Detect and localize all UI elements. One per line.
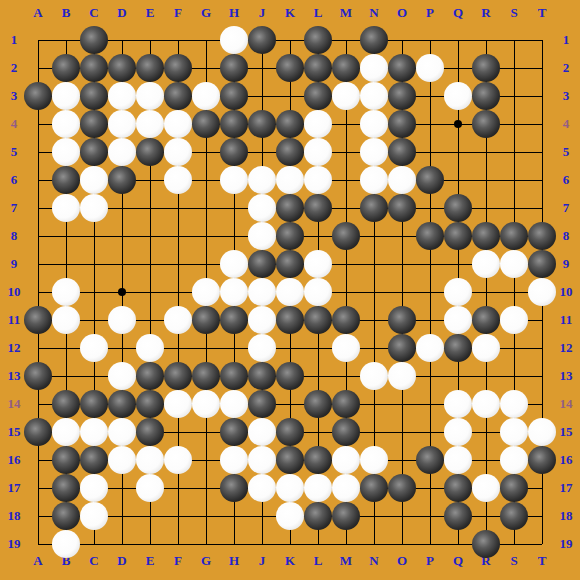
intersection-P5[interactable] (416, 138, 444, 166)
intersection-F3[interactable] (164, 82, 192, 110)
intersection-G10[interactable] (192, 278, 220, 306)
intersection-D3[interactable] (108, 82, 136, 110)
intersection-S4[interactable] (500, 110, 528, 138)
intersection-F2[interactable] (164, 54, 192, 82)
intersection-A19[interactable] (24, 530, 52, 558)
intersection-Q10[interactable] (444, 278, 472, 306)
intersection-J4[interactable] (248, 110, 276, 138)
intersection-E19[interactable] (136, 530, 164, 558)
intersection-Q5[interactable] (444, 138, 472, 166)
intersection-Q6[interactable] (444, 166, 472, 194)
intersection-T1[interactable] (528, 26, 556, 54)
intersection-S18[interactable] (500, 502, 528, 530)
intersection-F15[interactable] (164, 418, 192, 446)
intersection-C9[interactable] (80, 250, 108, 278)
intersection-L10[interactable] (304, 278, 332, 306)
intersection-O7[interactable] (388, 194, 416, 222)
intersection-S1[interactable] (500, 26, 528, 54)
intersection-R17[interactable] (472, 474, 500, 502)
intersection-C15[interactable] (80, 418, 108, 446)
intersection-B8[interactable] (52, 222, 80, 250)
intersection-E8[interactable] (136, 222, 164, 250)
intersection-D13[interactable] (108, 362, 136, 390)
intersection-K1[interactable] (276, 26, 304, 54)
intersection-E1[interactable] (136, 26, 164, 54)
intersection-C12[interactable] (80, 334, 108, 362)
intersection-P1[interactable] (416, 26, 444, 54)
intersection-Q17[interactable] (444, 474, 472, 502)
intersection-T6[interactable] (528, 166, 556, 194)
intersection-C11[interactable] (80, 306, 108, 334)
intersection-M17[interactable] (332, 474, 360, 502)
intersection-J1[interactable] (248, 26, 276, 54)
intersection-S14[interactable] (500, 390, 528, 418)
intersection-D17[interactable] (108, 474, 136, 502)
intersection-E12[interactable] (136, 334, 164, 362)
intersection-R19[interactable] (472, 530, 500, 558)
intersection-R11[interactable] (472, 306, 500, 334)
intersection-E17[interactable] (136, 474, 164, 502)
intersection-T3[interactable] (528, 82, 556, 110)
intersection-B16[interactable] (52, 446, 80, 474)
intersection-F4[interactable] (164, 110, 192, 138)
intersection-L19[interactable] (304, 530, 332, 558)
intersection-O13[interactable] (388, 362, 416, 390)
intersection-H7[interactable] (220, 194, 248, 222)
intersection-O4[interactable] (388, 110, 416, 138)
intersection-D15[interactable] (108, 418, 136, 446)
intersection-T18[interactable] (528, 502, 556, 530)
intersection-M1[interactable] (332, 26, 360, 54)
intersection-E15[interactable] (136, 418, 164, 446)
intersection-M14[interactable] (332, 390, 360, 418)
intersection-L13[interactable] (304, 362, 332, 390)
intersection-R1[interactable] (472, 26, 500, 54)
intersection-H9[interactable] (220, 250, 248, 278)
intersection-Q4[interactable] (444, 110, 472, 138)
intersection-Q16[interactable] (444, 446, 472, 474)
intersection-S12[interactable] (500, 334, 528, 362)
intersection-A3[interactable] (24, 82, 52, 110)
intersection-N13[interactable] (360, 362, 388, 390)
intersection-L8[interactable] (304, 222, 332, 250)
intersection-N10[interactable] (360, 278, 388, 306)
intersection-Q18[interactable] (444, 502, 472, 530)
intersection-L14[interactable] (304, 390, 332, 418)
intersection-C5[interactable] (80, 138, 108, 166)
intersection-P19[interactable] (416, 530, 444, 558)
intersection-J6[interactable] (248, 166, 276, 194)
intersection-P11[interactable] (416, 306, 444, 334)
intersection-N1[interactable] (360, 26, 388, 54)
intersection-G7[interactable] (192, 194, 220, 222)
intersection-R18[interactable] (472, 502, 500, 530)
intersection-G16[interactable] (192, 446, 220, 474)
intersection-H17[interactable] (220, 474, 248, 502)
intersection-K4[interactable] (276, 110, 304, 138)
intersection-S11[interactable] (500, 306, 528, 334)
intersection-K10[interactable] (276, 278, 304, 306)
intersection-A11[interactable] (24, 306, 52, 334)
intersection-S8[interactable] (500, 222, 528, 250)
intersection-G18[interactable] (192, 502, 220, 530)
intersection-C1[interactable] (80, 26, 108, 54)
intersection-P2[interactable] (416, 54, 444, 82)
intersection-L12[interactable] (304, 334, 332, 362)
intersection-E5[interactable] (136, 138, 164, 166)
intersection-B2[interactable] (52, 54, 80, 82)
intersection-N5[interactable] (360, 138, 388, 166)
intersection-H3[interactable] (220, 82, 248, 110)
intersection-N17[interactable] (360, 474, 388, 502)
intersection-D4[interactable] (108, 110, 136, 138)
intersection-H12[interactable] (220, 334, 248, 362)
intersection-H15[interactable] (220, 418, 248, 446)
intersection-J13[interactable] (248, 362, 276, 390)
intersection-N2[interactable] (360, 54, 388, 82)
intersection-S16[interactable] (500, 446, 528, 474)
intersection-S7[interactable] (500, 194, 528, 222)
intersection-A4[interactable] (24, 110, 52, 138)
intersection-T14[interactable] (528, 390, 556, 418)
intersection-G5[interactable] (192, 138, 220, 166)
intersection-G11[interactable] (192, 306, 220, 334)
intersection-M12[interactable] (332, 334, 360, 362)
intersection-K5[interactable] (276, 138, 304, 166)
intersection-G17[interactable] (192, 474, 220, 502)
intersection-O11[interactable] (388, 306, 416, 334)
intersection-M10[interactable] (332, 278, 360, 306)
intersection-D18[interactable] (108, 502, 136, 530)
intersection-A14[interactable] (24, 390, 52, 418)
intersection-G12[interactable] (192, 334, 220, 362)
intersection-F19[interactable] (164, 530, 192, 558)
intersection-Q7[interactable] (444, 194, 472, 222)
intersection-F5[interactable] (164, 138, 192, 166)
intersection-D5[interactable] (108, 138, 136, 166)
intersection-O14[interactable] (388, 390, 416, 418)
intersection-O12[interactable] (388, 334, 416, 362)
intersection-B17[interactable] (52, 474, 80, 502)
intersection-R4[interactable] (472, 110, 500, 138)
intersection-T7[interactable] (528, 194, 556, 222)
intersection-P10[interactable] (416, 278, 444, 306)
intersection-S17[interactable] (500, 474, 528, 502)
intersection-N4[interactable] (360, 110, 388, 138)
intersection-E14[interactable] (136, 390, 164, 418)
intersection-C6[interactable] (80, 166, 108, 194)
intersection-J8[interactable] (248, 222, 276, 250)
intersection-P9[interactable] (416, 250, 444, 278)
intersection-F11[interactable] (164, 306, 192, 334)
intersection-K15[interactable] (276, 418, 304, 446)
intersection-C3[interactable] (80, 82, 108, 110)
intersection-J5[interactable] (248, 138, 276, 166)
intersection-C19[interactable] (80, 530, 108, 558)
intersection-H8[interactable] (220, 222, 248, 250)
intersection-A7[interactable] (24, 194, 52, 222)
intersection-O6[interactable] (388, 166, 416, 194)
intersection-Q15[interactable] (444, 418, 472, 446)
intersection-J2[interactable] (248, 54, 276, 82)
intersection-T17[interactable] (528, 474, 556, 502)
intersection-P7[interactable] (416, 194, 444, 222)
intersection-M16[interactable] (332, 446, 360, 474)
intersection-S13[interactable] (500, 362, 528, 390)
intersection-F9[interactable] (164, 250, 192, 278)
intersection-C8[interactable] (80, 222, 108, 250)
intersection-J10[interactable] (248, 278, 276, 306)
intersection-A10[interactable] (24, 278, 52, 306)
intersection-N6[interactable] (360, 166, 388, 194)
intersection-G8[interactable] (192, 222, 220, 250)
intersection-C16[interactable] (80, 446, 108, 474)
intersection-G9[interactable] (192, 250, 220, 278)
intersection-E3[interactable] (136, 82, 164, 110)
intersection-A13[interactable] (24, 362, 52, 390)
intersection-D6[interactable] (108, 166, 136, 194)
intersection-D11[interactable] (108, 306, 136, 334)
intersection-B12[interactable] (52, 334, 80, 362)
intersection-D16[interactable] (108, 446, 136, 474)
intersection-N19[interactable] (360, 530, 388, 558)
intersection-H1[interactable] (220, 26, 248, 54)
intersection-T15[interactable] (528, 418, 556, 446)
intersection-D12[interactable] (108, 334, 136, 362)
intersection-C4[interactable] (80, 110, 108, 138)
intersection-D1[interactable] (108, 26, 136, 54)
intersection-C14[interactable] (80, 390, 108, 418)
intersection-L18[interactable] (304, 502, 332, 530)
intersection-B14[interactable] (52, 390, 80, 418)
intersection-N8[interactable] (360, 222, 388, 250)
intersection-R9[interactable] (472, 250, 500, 278)
intersection-H18[interactable] (220, 502, 248, 530)
intersection-D19[interactable] (108, 530, 136, 558)
intersection-R12[interactable] (472, 334, 500, 362)
intersection-D7[interactable] (108, 194, 136, 222)
intersection-H11[interactable] (220, 306, 248, 334)
intersection-Q1[interactable] (444, 26, 472, 54)
intersection-A12[interactable] (24, 334, 52, 362)
intersection-J12[interactable] (248, 334, 276, 362)
intersection-S6[interactable] (500, 166, 528, 194)
intersection-K19[interactable] (276, 530, 304, 558)
intersection-A17[interactable] (24, 474, 52, 502)
intersection-J16[interactable] (248, 446, 276, 474)
intersection-E10[interactable] (136, 278, 164, 306)
intersection-Q11[interactable] (444, 306, 472, 334)
intersection-Q14[interactable] (444, 390, 472, 418)
intersection-T9[interactable] (528, 250, 556, 278)
intersection-L17[interactable] (304, 474, 332, 502)
intersection-G4[interactable] (192, 110, 220, 138)
intersection-F14[interactable] (164, 390, 192, 418)
intersection-K2[interactable] (276, 54, 304, 82)
intersection-Q13[interactable] (444, 362, 472, 390)
intersection-B13[interactable] (52, 362, 80, 390)
intersection-C7[interactable] (80, 194, 108, 222)
intersection-S2[interactable] (500, 54, 528, 82)
intersection-R3[interactable] (472, 82, 500, 110)
intersection-B1[interactable] (52, 26, 80, 54)
intersection-A2[interactable] (24, 54, 52, 82)
intersection-O10[interactable] (388, 278, 416, 306)
intersection-L5[interactable] (304, 138, 332, 166)
intersection-T8[interactable] (528, 222, 556, 250)
intersection-K6[interactable] (276, 166, 304, 194)
intersection-E7[interactable] (136, 194, 164, 222)
intersection-B7[interactable] (52, 194, 80, 222)
intersection-S19[interactable] (500, 530, 528, 558)
intersection-O1[interactable] (388, 26, 416, 54)
intersection-F16[interactable] (164, 446, 192, 474)
intersection-H5[interactable] (220, 138, 248, 166)
intersection-B19[interactable] (52, 530, 80, 558)
intersection-H6[interactable] (220, 166, 248, 194)
intersection-K3[interactable] (276, 82, 304, 110)
intersection-H2[interactable] (220, 54, 248, 82)
intersection-G19[interactable] (192, 530, 220, 558)
intersection-C17[interactable] (80, 474, 108, 502)
intersection-J19[interactable] (248, 530, 276, 558)
intersection-N18[interactable] (360, 502, 388, 530)
intersection-F7[interactable] (164, 194, 192, 222)
intersection-Q9[interactable] (444, 250, 472, 278)
intersection-P14[interactable] (416, 390, 444, 418)
intersection-C10[interactable] (80, 278, 108, 306)
intersection-A16[interactable] (24, 446, 52, 474)
intersection-F13[interactable] (164, 362, 192, 390)
intersection-G3[interactable] (192, 82, 220, 110)
intersection-Q12[interactable] (444, 334, 472, 362)
intersection-Q3[interactable] (444, 82, 472, 110)
intersection-L9[interactable] (304, 250, 332, 278)
intersection-P15[interactable] (416, 418, 444, 446)
intersection-J17[interactable] (248, 474, 276, 502)
intersection-G1[interactable] (192, 26, 220, 54)
intersection-S15[interactable] (500, 418, 528, 446)
intersection-F10[interactable] (164, 278, 192, 306)
intersection-J9[interactable] (248, 250, 276, 278)
intersection-T16[interactable] (528, 446, 556, 474)
intersection-M15[interactable] (332, 418, 360, 446)
intersection-F17[interactable] (164, 474, 192, 502)
intersection-Q2[interactable] (444, 54, 472, 82)
intersection-E6[interactable] (136, 166, 164, 194)
intersection-E4[interactable] (136, 110, 164, 138)
intersection-N9[interactable] (360, 250, 388, 278)
intersection-T19[interactable] (528, 530, 556, 558)
intersection-M8[interactable] (332, 222, 360, 250)
intersection-C18[interactable] (80, 502, 108, 530)
intersection-H10[interactable] (220, 278, 248, 306)
intersection-G2[interactable] (192, 54, 220, 82)
intersection-P12[interactable] (416, 334, 444, 362)
intersection-R7[interactable] (472, 194, 500, 222)
intersection-P4[interactable] (416, 110, 444, 138)
intersection-L16[interactable] (304, 446, 332, 474)
intersection-N15[interactable] (360, 418, 388, 446)
intersection-B9[interactable] (52, 250, 80, 278)
intersection-B4[interactable] (52, 110, 80, 138)
intersection-F12[interactable] (164, 334, 192, 362)
intersection-T4[interactable] (528, 110, 556, 138)
intersection-H19[interactable] (220, 530, 248, 558)
intersection-O16[interactable] (388, 446, 416, 474)
intersection-B6[interactable] (52, 166, 80, 194)
intersection-O15[interactable] (388, 418, 416, 446)
intersection-C2[interactable] (80, 54, 108, 82)
intersection-J7[interactable] (248, 194, 276, 222)
intersection-L2[interactable] (304, 54, 332, 82)
intersection-M9[interactable] (332, 250, 360, 278)
intersection-K13[interactable] (276, 362, 304, 390)
intersection-R2[interactable] (472, 54, 500, 82)
intersection-E11[interactable] (136, 306, 164, 334)
intersection-F8[interactable] (164, 222, 192, 250)
intersection-N16[interactable] (360, 446, 388, 474)
intersection-P3[interactable] (416, 82, 444, 110)
intersection-K18[interactable] (276, 502, 304, 530)
intersection-K11[interactable] (276, 306, 304, 334)
intersection-M13[interactable] (332, 362, 360, 390)
intersection-K12[interactable] (276, 334, 304, 362)
intersection-N14[interactable] (360, 390, 388, 418)
intersection-Q8[interactable] (444, 222, 472, 250)
intersection-R8[interactable] (472, 222, 500, 250)
intersection-E2[interactable] (136, 54, 164, 82)
intersection-K7[interactable] (276, 194, 304, 222)
intersection-E13[interactable] (136, 362, 164, 390)
intersection-D8[interactable] (108, 222, 136, 250)
intersection-A6[interactable] (24, 166, 52, 194)
intersection-L3[interactable] (304, 82, 332, 110)
intersection-F1[interactable] (164, 26, 192, 54)
intersection-D14[interactable] (108, 390, 136, 418)
intersection-M19[interactable] (332, 530, 360, 558)
intersection-L6[interactable] (304, 166, 332, 194)
intersection-R15[interactable] (472, 418, 500, 446)
intersection-H16[interactable] (220, 446, 248, 474)
intersection-M3[interactable] (332, 82, 360, 110)
intersection-H13[interactable] (220, 362, 248, 390)
intersection-K14[interactable] (276, 390, 304, 418)
intersection-C13[interactable] (80, 362, 108, 390)
intersection-P18[interactable] (416, 502, 444, 530)
intersection-B15[interactable] (52, 418, 80, 446)
intersection-R16[interactable] (472, 446, 500, 474)
intersection-A18[interactable] (24, 502, 52, 530)
intersection-A15[interactable] (24, 418, 52, 446)
intersection-R14[interactable] (472, 390, 500, 418)
intersection-K16[interactable] (276, 446, 304, 474)
intersection-M2[interactable] (332, 54, 360, 82)
intersection-B3[interactable] (52, 82, 80, 110)
intersection-O18[interactable] (388, 502, 416, 530)
intersection-O3[interactable] (388, 82, 416, 110)
intersection-N3[interactable] (360, 82, 388, 110)
intersection-E9[interactable] (136, 250, 164, 278)
intersection-M5[interactable] (332, 138, 360, 166)
intersection-T13[interactable] (528, 362, 556, 390)
intersection-G15[interactable] (192, 418, 220, 446)
intersection-P6[interactable] (416, 166, 444, 194)
intersection-M6[interactable] (332, 166, 360, 194)
intersection-G13[interactable] (192, 362, 220, 390)
intersection-O2[interactable] (388, 54, 416, 82)
intersection-H4[interactable] (220, 110, 248, 138)
